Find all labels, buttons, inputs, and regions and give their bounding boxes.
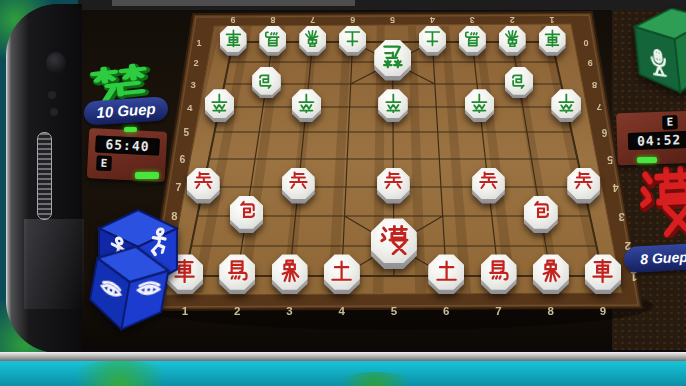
coordinate-label: 7 [495,305,501,317]
phone-bottom-chrome [0,352,686,361]
coordinate-label: 8 [270,15,275,25]
coordinate-label: 6 [350,15,355,25]
piece-cho-soldier[interactable] [378,89,408,118]
piece-han-cannon[interactable] [524,196,558,229]
piece-han-soldier[interactable] [187,168,220,200]
coordinate-label: 3 [190,79,195,90]
coordinate-label: 6 [443,305,449,317]
phone-left-bezel [6,4,82,353]
piece-han-soldier[interactable] [282,168,315,200]
piece-cho-horse[interactable] [259,26,286,53]
piece-cho-cannon[interactable] [505,67,534,95]
bezel-sheen [24,219,84,309]
coordinate-label: 1 [182,305,189,317]
coordinate-label: 1 [196,38,201,48]
coordinate-label: 5 [391,305,398,317]
piece-han-guard[interactable] [428,254,464,289]
coordinate-label: 2 [194,58,199,68]
piece-cho-chariot[interactable] [539,26,566,53]
coordinate-label: 5 [183,127,189,138]
piece-cho-soldier[interactable] [205,89,235,118]
left-clock-led-small [124,127,137,132]
coordinate-label: 3 [286,305,292,317]
coordinate-label: 6 [180,153,186,165]
coordinate-label: 3 [619,211,625,223]
coordinate-label: 2 [510,15,515,25]
piece-cho-elephant[interactable] [499,26,526,53]
camera-icon [46,52,66,74]
left-player-rank: 10 Guep [96,100,156,121]
han-tag-graffiti [634,162,686,239]
piece-cho-soldier[interactable] [551,89,581,118]
piece-cho-elephant[interactable] [299,26,326,53]
sensor-dot-icon [50,108,58,116]
piece-han-soldier[interactable] [567,168,600,200]
coordinate-label: 9 [588,58,593,68]
sensor-dot-icon [48,91,56,99]
watch-die-button[interactable] [70,234,186,350]
piece-cho-guard[interactable] [339,26,366,53]
coordinate-label: 8 [592,80,597,91]
coordinate-label: 8 [548,305,555,317]
coordinate-label: 9 [600,305,606,317]
coordinate-label: 0 [583,38,588,48]
coordinate-label: 4 [187,102,193,113]
piece-cho-soldier[interactable] [292,89,322,118]
right-player-rank: 8 Guep [640,249,686,267]
right-clock-display: 04:52 [628,131,686,150]
coordinate-label: 5 [607,154,613,166]
right-clock-led [637,157,657,163]
piece-han-soldier[interactable] [472,168,505,200]
piece-han-elephant[interactable] [272,254,308,289]
piece-han-cannon[interactable] [230,196,264,229]
voice-die-button[interactable] [626,3,686,100]
speaker-grille-icon [37,132,52,220]
coordinate-label: 9 [230,15,235,25]
screenshot-stage: 98765432112345678912345678900987654321 [0,0,686,386]
piece-cho-soldier[interactable] [465,89,495,118]
piece-cho-chariot[interactable] [220,26,247,53]
piece-cho-guard[interactable] [419,26,446,53]
piece-han-elephant[interactable] [533,254,569,289]
piece-han-horse[interactable] [219,254,255,289]
coordinate-label: 2 [234,305,240,317]
right-player-rank-banner: 8 Guep [623,243,686,273]
left-clock-display: 65:40 [95,135,160,155]
piece-han-chariot[interactable] [585,254,621,289]
coordinate-label: 3 [470,15,475,25]
coordinate-label: 4 [430,15,435,25]
piece-han-guard[interactable] [324,254,360,289]
left-clock-led-big [135,172,159,179]
phone-side-button [112,0,355,6]
coordinate-label: 4 [339,305,346,317]
coordinate-label: 1 [549,15,554,25]
coordinate-label: 7 [596,102,602,113]
right-clock-label: E [662,115,677,130]
piece-han-soldier[interactable] [377,168,410,200]
coordinate-label: 4 [613,182,619,194]
piece-cho-cannon[interactable] [252,67,281,95]
piece-cho-general[interactable] [374,40,411,76]
coordinate-label: 5 [390,15,395,25]
piece-han-general[interactable] [371,218,417,263]
coordinate-label: 7 [176,181,182,193]
coordinate-label: 6 [601,127,607,138]
piece-cho-horse[interactable] [459,26,486,53]
left-clock-label: E [96,155,112,171]
coordinate-label: 7 [310,15,315,25]
piece-han-horse[interactable] [481,254,517,289]
